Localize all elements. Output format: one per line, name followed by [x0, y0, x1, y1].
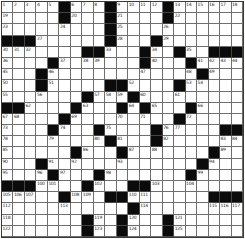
cell-r7-c8[interactable]: [82, 69, 93, 80]
cell-r21-c4[interactable]: [36, 226, 47, 237]
cell-r13-c5[interactable]: 79: [48, 136, 59, 147]
cell-r12-c16[interactable]: 77: [174, 125, 185, 136]
cell-r18-c9[interactable]: [94, 192, 105, 203]
cell-r18-c17[interactable]: [186, 192, 197, 203]
cell-r2-c12[interactable]: [128, 13, 139, 24]
cell-r7-c11[interactable]: [117, 69, 128, 80]
cell-r11-c5[interactable]: [48, 114, 59, 125]
cell-r12-c11[interactable]: [117, 125, 128, 136]
cell-r7-c7[interactable]: [71, 69, 82, 80]
cell-r17-c18[interactable]: [197, 181, 208, 192]
cell-r6-c9[interactable]: 39: [94, 58, 105, 69]
cell-r4-c13[interactable]: [140, 36, 151, 47]
cell-r9-c6[interactable]: [59, 92, 70, 103]
cell-r15-c1[interactable]: 90: [2, 159, 13, 170]
cell-r14-c6[interactable]: [59, 147, 70, 158]
cell-r1-c8[interactable]: 7: [82, 2, 93, 13]
cell-r8-c6[interactable]: [59, 80, 70, 91]
cell-r6-c21[interactable]: 44: [232, 58, 243, 69]
cell-r8-c13[interactable]: [140, 80, 151, 91]
cell-r19-c16[interactable]: [174, 203, 185, 214]
cell-r6-c6[interactable]: 37: [59, 58, 70, 69]
cell-r6-c15[interactable]: [163, 58, 174, 69]
cell-r13-c20[interactable]: 83: [220, 136, 231, 147]
cell-r18-c16[interactable]: [174, 192, 185, 203]
cell-r8-c15[interactable]: [163, 80, 174, 91]
cell-r2-c3[interactable]: [25, 13, 36, 24]
cell-r13-c11[interactable]: 81: [117, 136, 128, 147]
cell-r14-c21[interactable]: [232, 147, 243, 158]
cell-r9-c7[interactable]: [71, 92, 82, 103]
cell-r21-c14[interactable]: [151, 226, 162, 237]
cell-r16-c1[interactable]: 95: [2, 170, 13, 181]
cell-r7-c10[interactable]: [105, 69, 116, 80]
cell-r11-c9[interactable]: [94, 114, 105, 125]
cell-r6-c2[interactable]: [13, 58, 24, 69]
cell-r11-c2[interactable]: 68: [13, 114, 24, 125]
cell-r20-c18[interactable]: [197, 215, 208, 226]
cell-r20-c6[interactable]: [59, 215, 70, 226]
cell-r20-c5[interactable]: [48, 215, 59, 226]
cell-r11-c17[interactable]: 72: [186, 114, 197, 125]
cell-r4-c5[interactable]: [48, 36, 59, 47]
cell-r12-c1[interactable]: 73: [2, 125, 13, 136]
cell-r1-c4[interactable]: 4: [36, 2, 47, 13]
cell-r18-c7[interactable]: 108: [71, 192, 82, 203]
cell-r9-c17[interactable]: [186, 92, 197, 103]
cell-r21-c17[interactable]: [186, 226, 197, 237]
cell-r20-c3[interactable]: [25, 215, 36, 226]
cell-r14-c12[interactable]: 87: [128, 147, 139, 158]
cell-r9-c1[interactable]: 55: [2, 92, 13, 103]
cell-r7-c12[interactable]: [128, 69, 139, 80]
cell-r15-c5[interactable]: 91: [48, 159, 59, 170]
cell-r18-c8[interactable]: 109: [82, 192, 93, 203]
cell-r13-c21[interactable]: 84: [232, 136, 243, 147]
cell-r15-c3[interactable]: [25, 159, 36, 170]
cell-r10-c5[interactable]: [48, 103, 59, 114]
cell-r9-c2[interactable]: [13, 92, 24, 103]
cell-r17-c7[interactable]: [71, 181, 82, 192]
cell-r4-c15[interactable]: 29: [163, 36, 174, 47]
cell-r19-c21[interactable]: 117: [232, 203, 243, 214]
cell-r2-c20[interactable]: [220, 13, 231, 24]
cell-r19-c7[interactable]: [71, 203, 82, 214]
cell-r21-c16[interactable]: 125: [174, 226, 185, 237]
cell-r2-c13[interactable]: [140, 13, 151, 24]
cell-r20-c14[interactable]: [151, 215, 162, 226]
cell-r2-c14[interactable]: [151, 13, 162, 24]
cell-r18-c2[interactable]: 106: [13, 192, 24, 203]
cell-r17-c6[interactable]: [59, 181, 70, 192]
cell-r1-c19[interactable]: 16: [209, 2, 220, 13]
cell-r9-c16[interactable]: 61: [174, 92, 185, 103]
cell-r7-c3[interactable]: [25, 69, 36, 80]
cell-r15-c17[interactable]: [186, 159, 197, 170]
cell-r12-c19[interactable]: [209, 125, 220, 136]
cell-r21-c19[interactable]: [209, 226, 220, 237]
cell-r2-c11[interactable]: 21: [117, 13, 128, 24]
cell-r5-c4[interactable]: [36, 47, 47, 58]
cell-r6-c1[interactable]: 36: [2, 58, 13, 69]
cell-r5-c14[interactable]: 34: [151, 47, 162, 58]
cell-r21-c1[interactable]: 122: [2, 226, 13, 237]
cell-r5-c2[interactable]: 31: [13, 47, 24, 58]
cell-r2-c19[interactable]: [209, 13, 220, 24]
cell-r3-c18[interactable]: [197, 24, 208, 35]
cell-r2-c9[interactable]: [94, 13, 105, 24]
cell-r8-c17[interactable]: 53: [186, 80, 197, 91]
cell-r4-c7[interactable]: [71, 36, 82, 47]
cell-r5-c11[interactable]: [117, 47, 128, 58]
cell-r5-c17[interactable]: 35: [186, 47, 197, 58]
cell-r12-c13[interactable]: [140, 125, 151, 136]
cell-r18-c4[interactable]: [36, 192, 47, 203]
cell-r8-c5[interactable]: 51: [48, 80, 59, 91]
cell-r8-c1[interactable]: 50: [2, 80, 13, 91]
cell-r3-c13[interactable]: [140, 24, 151, 35]
cell-r2-c5[interactable]: [48, 13, 59, 24]
cell-r12-c4[interactable]: [36, 125, 47, 136]
cell-r16-c20[interactable]: [220, 170, 231, 181]
cell-r13-c9[interactable]: 80: [94, 136, 105, 147]
cell-r12-c3[interactable]: [25, 125, 36, 136]
cell-r19-c9[interactable]: [94, 203, 105, 214]
cell-r13-c6[interactable]: [59, 136, 70, 147]
cell-r15-c16[interactable]: [174, 159, 185, 170]
cell-r3-c4[interactable]: [36, 24, 47, 35]
cell-r4-c12[interactable]: [128, 36, 139, 47]
cell-r10-c12[interactable]: 64: [128, 103, 139, 114]
cell-r9-c3[interactable]: [25, 92, 36, 103]
cell-r21-c5[interactable]: [48, 226, 59, 237]
cell-r1-c11[interactable]: 9: [117, 2, 128, 13]
cell-r15-c15[interactable]: [163, 159, 174, 170]
cell-r4-c20[interactable]: [220, 36, 231, 47]
cell-r9-c14[interactable]: [151, 92, 162, 103]
cell-r9-c10[interactable]: 58: [105, 92, 116, 103]
cell-r17-c5[interactable]: 101: [48, 181, 59, 192]
cell-r3-c8[interactable]: [82, 24, 93, 35]
cell-r14-c5[interactable]: [48, 147, 59, 158]
cell-r1-c9[interactable]: 8: [94, 2, 105, 13]
cell-r21-c20[interactable]: [220, 226, 231, 237]
cell-r10-c16[interactable]: [174, 103, 185, 114]
cell-r8-c8[interactable]: [82, 80, 93, 91]
cell-r16-c19[interactable]: [209, 170, 220, 181]
cell-r21-c13[interactable]: [140, 226, 151, 237]
cell-r18-c12[interactable]: 110: [128, 192, 139, 203]
cell-r2-c21[interactable]: [232, 13, 243, 24]
cell-r11-c19[interactable]: [209, 114, 220, 125]
cell-r15-c9[interactable]: [94, 159, 105, 170]
cell-r13-c3[interactable]: [25, 136, 36, 147]
cell-r10-c18[interactable]: 66: [197, 103, 208, 114]
cell-r5-c10[interactable]: 33: [105, 47, 116, 58]
cell-r13-c4[interactable]: [36, 136, 47, 147]
cell-r16-c4[interactable]: 96: [36, 170, 47, 181]
cell-r19-c6[interactable]: 113: [59, 203, 70, 214]
cell-r5-c18[interactable]: [197, 47, 208, 58]
cell-r11-c15[interactable]: [163, 114, 174, 125]
cell-r13-c13[interactable]: [140, 136, 151, 147]
cell-r7-c19[interactable]: 49: [209, 69, 220, 80]
cell-r20-c10[interactable]: [105, 215, 116, 226]
cell-r16-c14[interactable]: [151, 170, 162, 181]
cell-r3-c1[interactable]: 23: [2, 24, 13, 35]
cell-r15-c21[interactable]: [232, 159, 243, 170]
cell-r6-c10[interactable]: [105, 58, 116, 69]
cell-r13-c17[interactable]: [186, 136, 197, 147]
cell-r3-c14[interactable]: [151, 24, 162, 35]
cell-r7-c5[interactable]: 46: [48, 69, 59, 80]
cell-r6-c20[interactable]: 43: [220, 58, 231, 69]
cell-r17-c14[interactable]: 103: [151, 181, 162, 192]
cell-r11-c18[interactable]: [197, 114, 208, 125]
cell-r10-c10[interactable]: [105, 103, 116, 114]
cell-r3-c20[interactable]: [220, 24, 231, 35]
cell-r10-c6[interactable]: [59, 103, 70, 114]
cell-r1-c13[interactable]: 11: [140, 2, 151, 13]
cell-r14-c15[interactable]: [163, 147, 174, 158]
cell-r3-c12[interactable]: [128, 24, 139, 35]
cell-r15-c11[interactable]: 93: [117, 159, 128, 170]
cell-r7-c13[interactable]: 47: [140, 69, 151, 80]
cell-r21-c21[interactable]: [232, 226, 243, 237]
cell-r11-c11[interactable]: 70: [117, 114, 128, 125]
cell-r21-c3[interactable]: [25, 226, 36, 237]
cell-r18-c5[interactable]: [48, 192, 59, 203]
cell-r9-c11[interactable]: 59: [117, 92, 128, 103]
cell-r2-c1[interactable]: 19: [2, 13, 13, 24]
cell-r21-c6[interactable]: [59, 226, 70, 237]
cell-r16-c10[interactable]: 98: [105, 170, 116, 181]
cell-r1-c12[interactable]: 10: [128, 2, 139, 13]
cell-r20-c1[interactable]: 118: [2, 215, 13, 226]
cell-r2-c2[interactable]: [13, 13, 24, 24]
cell-r7-c16[interactable]: [174, 69, 185, 80]
cell-r1-c16[interactable]: 13: [174, 2, 185, 13]
cell-r17-c9[interactable]: 102: [94, 181, 105, 192]
cell-r15-c7[interactable]: 92: [71, 159, 82, 170]
cell-r19-c13[interactable]: 114: [140, 203, 151, 214]
cell-r7-c6[interactable]: [59, 69, 70, 80]
cell-r20-c20[interactable]: [220, 215, 231, 226]
cell-r6-c19[interactable]: 42: [209, 58, 220, 69]
cell-r10-c14[interactable]: 65: [151, 103, 162, 114]
cell-r8-c12[interactable]: 52: [128, 80, 139, 91]
cell-r4-c11[interactable]: 28: [117, 36, 128, 47]
cell-r5-c3[interactable]: 32: [25, 47, 36, 58]
cell-r13-c12[interactable]: [128, 136, 139, 147]
cell-r14-c4[interactable]: [36, 147, 47, 158]
cell-r18-c3[interactable]: 107: [25, 192, 36, 203]
cell-r15-c13[interactable]: [140, 159, 151, 170]
cell-r3-c6[interactable]: 24: [59, 24, 70, 35]
cell-r19-c8[interactable]: [82, 203, 93, 214]
cell-r14-c20[interactable]: 89: [220, 147, 231, 158]
cell-r17-c21[interactable]: [232, 181, 243, 192]
cell-r11-c7[interactable]: 69: [71, 114, 82, 125]
cell-r1-c20[interactable]: 17: [220, 2, 231, 13]
cell-r5-c5[interactable]: [48, 47, 59, 58]
cell-r20-c9[interactable]: 119: [94, 215, 105, 226]
cell-r8-c14[interactable]: [151, 80, 162, 91]
cell-r1-c21[interactable]: 18: [232, 2, 243, 13]
cell-r13-c18[interactable]: [197, 136, 208, 147]
cell-r9-c15[interactable]: [163, 92, 174, 103]
cell-r12-c8[interactable]: [82, 125, 93, 136]
cell-r17-c11[interactable]: [117, 181, 128, 192]
cell-r16-c6[interactable]: 97: [59, 170, 70, 181]
cell-r13-c2[interactable]: [13, 136, 24, 147]
cell-r1-c18[interactable]: 15: [197, 2, 208, 13]
cell-r9-c4[interactable]: 56: [36, 92, 47, 103]
cell-r20-c7[interactable]: [71, 215, 82, 226]
cell-r8-c20[interactable]: [220, 80, 231, 91]
cell-r11-c12[interactable]: [128, 114, 139, 125]
cell-r16-c13[interactable]: [140, 170, 151, 181]
cell-r18-c18[interactable]: [197, 192, 208, 203]
cell-r20-c17[interactable]: [186, 215, 197, 226]
cell-r3-c3[interactable]: [25, 24, 36, 35]
cell-r21-c18[interactable]: [197, 226, 208, 237]
cell-r15-c2[interactable]: [13, 159, 24, 170]
cell-r12-c7[interactable]: [71, 125, 82, 136]
cell-r9-c19[interactable]: [209, 92, 220, 103]
cell-r19-c20[interactable]: 116: [220, 203, 231, 214]
cell-r3-c9[interactable]: [94, 24, 105, 35]
cell-r11-c13[interactable]: 71: [140, 114, 151, 125]
cell-r1-c2[interactable]: 2: [13, 2, 24, 13]
cell-r7-c17[interactable]: 48: [186, 69, 197, 80]
cell-r3-c11[interactable]: 25: [117, 24, 128, 35]
cell-r18-c13[interactable]: 111: [140, 192, 151, 203]
cell-r20-c16[interactable]: 121: [174, 215, 185, 226]
cell-r14-c2[interactable]: [13, 147, 24, 158]
cell-r9-c20[interactable]: [220, 92, 231, 103]
cell-r17-c10[interactable]: [105, 181, 116, 192]
cell-r11-c21[interactable]: [232, 114, 243, 125]
cell-r2-c16[interactable]: 22: [174, 13, 185, 24]
cell-r6-c8[interactable]: 38: [82, 58, 93, 69]
cell-r19-c14[interactable]: [151, 203, 162, 214]
cell-r20-c12[interactable]: 120: [128, 215, 139, 226]
cell-r14-c9[interactable]: [94, 147, 105, 158]
cell-r14-c3[interactable]: [25, 147, 36, 158]
cell-r13-c1[interactable]: 78: [2, 136, 13, 147]
cell-r1-c1[interactable]: 1: [2, 2, 13, 13]
cell-r10-c15[interactable]: [163, 103, 174, 114]
cell-r6-c16[interactable]: [174, 58, 185, 69]
cell-r19-c3[interactable]: [25, 203, 36, 214]
cell-r13-c15[interactable]: 82: [163, 136, 174, 147]
cell-r19-c5[interactable]: [48, 203, 59, 214]
cell-r10-c8[interactable]: 63: [82, 103, 93, 114]
cell-r14-c13[interactable]: [140, 147, 151, 158]
cell-r4-c4[interactable]: 27: [36, 36, 47, 47]
cell-r20-c4[interactable]: [36, 215, 47, 226]
cell-r15-c12[interactable]: [128, 159, 139, 170]
cell-r21-c2[interactable]: [13, 226, 24, 237]
cell-r12-c10[interactable]: 75: [105, 125, 116, 136]
cell-r15-c20[interactable]: [220, 159, 231, 170]
cell-r7-c14[interactable]: [151, 69, 162, 80]
cell-r5-c1[interactable]: 30: [2, 47, 13, 58]
cell-r6-c12[interactable]: [128, 58, 139, 69]
cell-r16-c2[interactable]: [13, 170, 24, 181]
cell-r7-c1[interactable]: 45: [2, 69, 13, 80]
cell-r7-c15[interactable]: [163, 69, 174, 80]
cell-r2-c4[interactable]: [36, 13, 47, 24]
cell-r1-c7[interactable]: 6: [71, 2, 82, 13]
cell-r7-c2[interactable]: [13, 69, 24, 80]
cell-r19-c1[interactable]: 112: [2, 203, 13, 214]
cell-r21-c9[interactable]: 123: [94, 226, 105, 237]
cell-r4-c18[interactable]: [197, 36, 208, 47]
cell-r3-c2[interactable]: [13, 24, 24, 35]
cell-r12-c2[interactable]: [13, 125, 24, 136]
cell-r16-c12[interactable]: [128, 170, 139, 181]
cell-r4-c19[interactable]: [209, 36, 220, 47]
cell-r11-c3[interactable]: [25, 114, 36, 125]
cell-r12-c12[interactable]: [128, 125, 139, 136]
cell-r4-c9[interactable]: [94, 36, 105, 47]
cell-r8-c21[interactable]: [232, 80, 243, 91]
cell-r10-c19[interactable]: [209, 103, 220, 114]
cell-r14-c8[interactable]: 86: [82, 147, 93, 158]
cell-r7-c20[interactable]: [220, 69, 231, 80]
cell-r7-c21[interactable]: [232, 69, 243, 80]
cell-r8-c3[interactable]: [25, 80, 36, 91]
cell-r9-c5[interactable]: [48, 92, 59, 103]
cell-r21-c10[interactable]: [105, 226, 116, 237]
cell-r14-c17[interactable]: [186, 147, 197, 158]
cell-r15-c6[interactable]: [59, 159, 70, 170]
cell-r13-c16[interactable]: [174, 136, 185, 147]
cell-r4-c8[interactable]: [82, 36, 93, 47]
cell-r9-c18[interactable]: [197, 92, 208, 103]
cell-r3-c16[interactable]: [174, 24, 185, 35]
cell-r20-c21[interactable]: [232, 215, 243, 226]
cell-r7-c9[interactable]: [94, 69, 105, 80]
cell-r3-c21[interactable]: [232, 24, 243, 35]
cell-r6-c3[interactable]: [25, 58, 36, 69]
cell-r14-c18[interactable]: [197, 147, 208, 158]
cell-r5-c6[interactable]: [59, 47, 70, 58]
cell-r4-c6[interactable]: [59, 36, 70, 47]
cell-r4-c16[interactable]: [174, 36, 185, 47]
cell-r10-c21[interactable]: [232, 103, 243, 114]
cell-r19-c17[interactable]: [186, 203, 197, 214]
cell-r8-c9[interactable]: [94, 80, 105, 91]
cell-r12-c17[interactable]: [186, 125, 197, 136]
cell-r1-c5[interactable]: 5: [48, 2, 59, 13]
cell-r19-c11[interactable]: [117, 203, 128, 214]
cell-r16-c16[interactable]: [174, 170, 185, 181]
cell-r3-c19[interactable]: [209, 24, 220, 35]
cell-r10-c4[interactable]: [36, 103, 47, 114]
cell-r6-c7[interactable]: [71, 58, 82, 69]
cell-r9-c21[interactable]: [232, 92, 243, 103]
cell-r17-c4[interactable]: 100: [36, 181, 47, 192]
cell-r3-c17[interactable]: [186, 24, 197, 35]
cell-r11-c8[interactable]: [82, 114, 93, 125]
cell-r2-c7[interactable]: 20: [71, 13, 82, 24]
cell-r14-c1[interactable]: 85: [2, 147, 13, 158]
cell-r11-c14[interactable]: [151, 114, 162, 125]
cell-r16-c8[interactable]: [82, 170, 93, 181]
